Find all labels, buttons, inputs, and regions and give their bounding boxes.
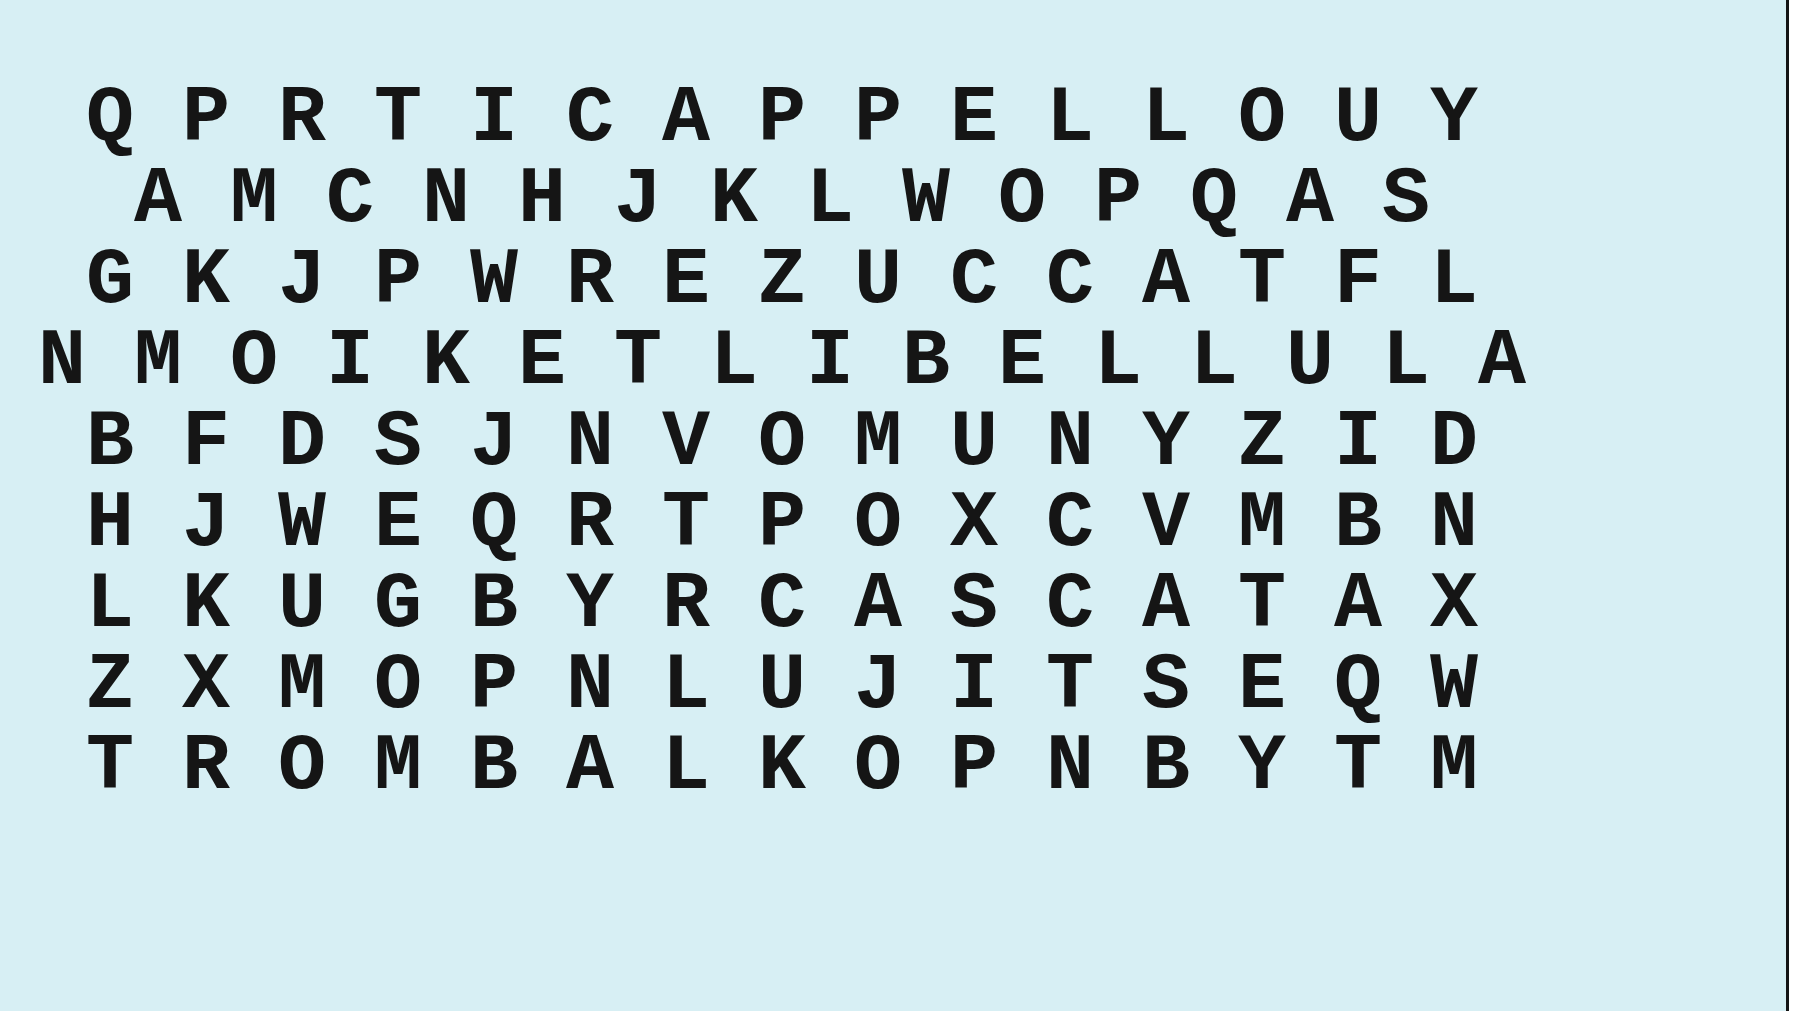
letter-cell[interactable]: Z xyxy=(62,645,158,726)
grid-row: HJWEQRTPOXCVMBN xyxy=(14,483,1550,564)
letter-cell[interactable]: K xyxy=(686,159,782,240)
scrollbar-track[interactable] xyxy=(1789,0,1800,1011)
grid-row: BFDSJNVOMUNYZID xyxy=(14,402,1550,483)
letter-cell[interactable]: C xyxy=(302,159,398,240)
letter-cell[interactable]: P xyxy=(1070,159,1166,240)
letter-cell[interactable]: A xyxy=(1118,564,1214,645)
letter-cell[interactable]: S xyxy=(350,402,446,483)
letter-cell[interactable]: S xyxy=(926,564,1022,645)
letter-cell[interactable]: P xyxy=(446,645,542,726)
letter-cell[interactable]: R xyxy=(542,483,638,564)
letter-cell[interactable]: O xyxy=(830,483,926,564)
letter-cell[interactable]: U xyxy=(734,645,830,726)
letter-cell[interactable]: H xyxy=(62,483,158,564)
letter-cell[interactable]: Q xyxy=(1166,159,1262,240)
letter-cell[interactable]: U xyxy=(1262,321,1358,402)
letter-cell[interactable]: N xyxy=(542,402,638,483)
letter-cell[interactable]: X xyxy=(926,483,1022,564)
letter-cell[interactable]: H xyxy=(494,159,590,240)
letter-cell[interactable]: B xyxy=(1118,726,1214,807)
letter-cell[interactable]: F xyxy=(1310,240,1406,321)
letter-cell[interactable]: V xyxy=(1118,483,1214,564)
letter-cell[interactable]: A xyxy=(1262,159,1358,240)
letter-cell[interactable]: P xyxy=(158,78,254,159)
letter-cell[interactable]: T xyxy=(1022,645,1118,726)
letter-cell[interactable]: D xyxy=(1406,402,1502,483)
letter-cell[interactable]: L xyxy=(1070,321,1166,402)
letter-cell[interactable]: A xyxy=(110,159,206,240)
letter-cell[interactable]: B xyxy=(878,321,974,402)
puzzle-page: QPRTICAPPELLOUYAMCNHJKLWOPQASGKJPWREZUCC… xyxy=(0,0,1786,1011)
letter-cell[interactable]: T xyxy=(1214,564,1310,645)
letter-cell[interactable]: A xyxy=(830,564,926,645)
letter-cell[interactable]: O xyxy=(350,645,446,726)
letter-cell[interactable]: N xyxy=(14,321,110,402)
letter-cell[interactable]: W xyxy=(878,159,974,240)
grid-row: QPRTICAPPELLOUY xyxy=(14,78,1550,159)
letter-cell[interactable]: L xyxy=(1022,78,1118,159)
letter-cell[interactable]: M xyxy=(254,645,350,726)
letter-cell[interactable]: P xyxy=(734,483,830,564)
letter-cell[interactable]: E xyxy=(350,483,446,564)
letter-cell[interactable]: M xyxy=(350,726,446,807)
letter-cell[interactable]: K xyxy=(158,240,254,321)
letter-cell[interactable]: T xyxy=(638,483,734,564)
grid-row: ZXMOPNLUJITSEQW xyxy=(14,645,1550,726)
letter-cell[interactable]: T xyxy=(1310,726,1406,807)
letter-cell[interactable]: Z xyxy=(734,240,830,321)
letter-cell[interactable]: A xyxy=(638,78,734,159)
letter-cell[interactable]: P xyxy=(734,78,830,159)
letter-cell[interactable]: Y xyxy=(1406,78,1502,159)
letter-cell[interactable]: K xyxy=(398,321,494,402)
letter-cell[interactable]: M xyxy=(1214,483,1310,564)
letter-cell[interactable]: C xyxy=(1022,483,1118,564)
grid-row: GKJPWREZUCCATFL xyxy=(14,240,1550,321)
letter-cell[interactable]: I xyxy=(782,321,878,402)
letter-cell[interactable]: V xyxy=(638,402,734,483)
letter-cell[interactable]: L xyxy=(62,564,158,645)
letter-cell[interactable]: A xyxy=(1118,240,1214,321)
letter-cell[interactable]: R xyxy=(158,726,254,807)
letter-cell[interactable]: N xyxy=(1022,726,1118,807)
letter-cell[interactable]: J xyxy=(830,645,926,726)
letter-cell[interactable]: Y xyxy=(1118,402,1214,483)
letter-cell[interactable]: R xyxy=(542,240,638,321)
letter-cell[interactable]: E xyxy=(638,240,734,321)
letter-cell[interactable]: X xyxy=(158,645,254,726)
letter-cell[interactable]: X xyxy=(1406,564,1502,645)
letter-cell[interactable]: I xyxy=(302,321,398,402)
letter-cell[interactable]: O xyxy=(974,159,1070,240)
letter-cell[interactable]: N xyxy=(398,159,494,240)
grid-row: NMOIKETLIBELLULA xyxy=(14,321,1550,402)
letter-cell[interactable]: L xyxy=(638,645,734,726)
letter-cell[interactable]: A xyxy=(1310,564,1406,645)
grid-row: AMCNHJKLWOPQAS xyxy=(14,159,1550,240)
letter-cell[interactable]: S xyxy=(1118,645,1214,726)
letter-cell[interactable]: M xyxy=(206,159,302,240)
letter-cell[interactable]: L xyxy=(1166,321,1262,402)
letter-cell[interactable]: T xyxy=(62,726,158,807)
letter-cell[interactable]: C xyxy=(542,78,638,159)
letter-cell[interactable]: K xyxy=(734,726,830,807)
letter-cell[interactable]: E xyxy=(494,321,590,402)
letter-cell[interactable]: Z xyxy=(1214,402,1310,483)
letter-cell[interactable]: U xyxy=(1310,78,1406,159)
letter-cell[interactable]: K xyxy=(158,564,254,645)
letter-cell[interactable]: W xyxy=(1406,645,1502,726)
letter-cell[interactable]: B xyxy=(62,402,158,483)
letter-cell[interactable]: F xyxy=(158,402,254,483)
letter-cell[interactable]: P xyxy=(830,78,926,159)
letter-cell[interactable]: Q xyxy=(62,78,158,159)
letter-cell[interactable]: Y xyxy=(1214,726,1310,807)
letter-cell[interactable]: M xyxy=(1406,726,1502,807)
letter-cell[interactable]: W xyxy=(254,483,350,564)
letter-cell[interactable]: T xyxy=(1214,240,1310,321)
letter-cell[interactable]: J xyxy=(158,483,254,564)
letter-cell[interactable]: B xyxy=(1310,483,1406,564)
letter-cell[interactable]: C xyxy=(734,564,830,645)
letter-cell[interactable]: U xyxy=(254,564,350,645)
letter-cell[interactable]: J xyxy=(446,402,542,483)
letter-cell[interactable]: L xyxy=(638,726,734,807)
letter-cell[interactable]: R xyxy=(638,564,734,645)
grid-row: LKUGBYRCASCATAX xyxy=(14,564,1550,645)
letter-cell[interactable]: N xyxy=(1406,483,1502,564)
letter-cell[interactable]: J xyxy=(254,240,350,321)
letter-cell[interactable]: W xyxy=(446,240,542,321)
letter-cell[interactable]: O xyxy=(830,726,926,807)
letter-cell[interactable]: L xyxy=(1406,240,1502,321)
letter-cell[interactable]: N xyxy=(542,645,638,726)
letter-cell[interactable]: O xyxy=(206,321,302,402)
letter-cell[interactable]: I xyxy=(1310,402,1406,483)
letter-cell[interactable]: E xyxy=(1214,645,1310,726)
letter-cell[interactable]: D xyxy=(254,402,350,483)
letter-cell[interactable]: G xyxy=(350,564,446,645)
letter-cell[interactable]: U xyxy=(926,402,1022,483)
letter-cell[interactable]: Y xyxy=(542,564,638,645)
letter-cell[interactable]: B xyxy=(446,726,542,807)
letter-cell[interactable]: P xyxy=(350,240,446,321)
letter-cell[interactable]: L xyxy=(1358,321,1454,402)
letter-cell[interactable]: U xyxy=(830,240,926,321)
letter-cell[interactable]: J xyxy=(590,159,686,240)
letter-cell[interactable]: E xyxy=(974,321,1070,402)
letter-cell[interactable]: C xyxy=(1022,240,1118,321)
letter-cell[interactable]: L xyxy=(686,321,782,402)
letter-cell[interactable]: Q xyxy=(446,483,542,564)
word-search-grid: QPRTICAPPELLOUYAMCNHJKLWOPQASGKJPWREZUCC… xyxy=(14,78,1550,807)
letter-cell[interactable]: L xyxy=(782,159,878,240)
grid-row: TROMBALKOPNBYTM xyxy=(14,726,1550,807)
letter-cell[interactable]: B xyxy=(446,564,542,645)
letter-cell[interactable]: A xyxy=(1454,321,1550,402)
letter-cell[interactable]: Q xyxy=(1310,645,1406,726)
letter-cell[interactable]: S xyxy=(1358,159,1454,240)
letter-cell[interactable]: G xyxy=(62,240,158,321)
letter-cell[interactable]: R xyxy=(254,78,350,159)
letter-cell[interactable]: I xyxy=(446,78,542,159)
letter-cell[interactable]: C xyxy=(1022,564,1118,645)
letter-cell[interactable]: A xyxy=(542,726,638,807)
letter-cell[interactable]: T xyxy=(350,78,446,159)
letter-cell[interactable]: T xyxy=(590,321,686,402)
letter-cell[interactable]: N xyxy=(1022,402,1118,483)
letter-cell[interactable]: I xyxy=(926,645,1022,726)
letter-cell[interactable]: O xyxy=(254,726,350,807)
letter-cell[interactable]: L xyxy=(1118,78,1214,159)
letter-cell[interactable]: C xyxy=(926,240,1022,321)
letter-cell[interactable]: E xyxy=(926,78,1022,159)
letter-cell[interactable]: M xyxy=(830,402,926,483)
letter-cell[interactable]: O xyxy=(1214,78,1310,159)
letter-cell[interactable]: O xyxy=(734,402,830,483)
letter-cell[interactable]: M xyxy=(110,321,206,402)
letter-cell[interactable]: P xyxy=(926,726,1022,807)
